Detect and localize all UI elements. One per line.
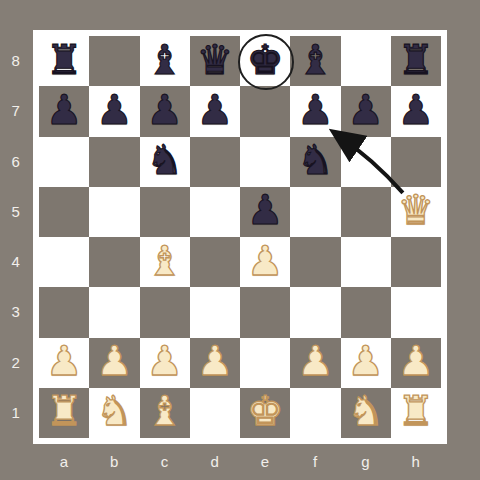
piece-black-pawn[interactable]: ♟ [96,90,133,131]
square-e3[interactable] [240,287,290,337]
piece-black-bishop[interactable]: ♝ [297,40,334,81]
piece-black-pawn[interactable]: ♟ [247,190,284,231]
square-c4[interactable]: ♝ [140,237,190,287]
piece-white-knight[interactable]: ♞ [96,391,133,432]
square-a3[interactable] [39,287,89,337]
square-b8[interactable] [89,36,139,86]
square-g1[interactable]: ♞ [341,388,391,438]
square-f7[interactable]: ♟ [290,86,340,136]
square-c3[interactable] [140,287,190,337]
piece-white-knight[interactable]: ♞ [347,391,384,432]
square-c1[interactable]: ♝ [140,388,190,438]
square-d3[interactable] [190,287,240,337]
square-f1[interactable] [290,388,340,438]
rank-label-5: 5 [4,187,28,237]
square-a6[interactable] [39,137,89,187]
piece-black-pawn[interactable]: ♟ [297,90,334,131]
square-h3[interactable] [391,287,441,337]
piece-white-rook[interactable]: ♜ [397,391,434,432]
piece-white-pawn[interactable]: ♟ [46,341,83,382]
piece-black-knight[interactable]: ♞ [297,140,334,181]
square-f5[interactable] [290,187,340,237]
square-d1[interactable] [190,388,240,438]
square-e5[interactable]: ♟ [240,187,290,237]
square-e2[interactable] [240,338,290,388]
square-b1[interactable]: ♞ [89,388,139,438]
rank-label-8: 8 [4,36,28,86]
file-label-g: g [341,446,391,478]
file-label-e: e [240,446,290,478]
square-a2[interactable]: ♟ [39,338,89,388]
piece-black-rook[interactable]: ♜ [397,40,434,81]
chess-diagram: ♜♝♛♚♝♜♟♟♟♟♟♟♟♞♞♟♛♝♟♟♟♟♟♟♟♟♜♞♝♚♞♜ 8765432… [0,0,480,480]
square-h4[interactable] [391,237,441,287]
square-c2[interactable]: ♟ [140,338,190,388]
rank-label-7: 7 [4,86,28,136]
square-e6[interactable] [240,137,290,187]
rank-label-3: 3 [4,287,28,337]
square-c5[interactable] [140,187,190,237]
square-g3[interactable] [341,287,391,337]
square-g5[interactable] [341,187,391,237]
chess-board: ♜♝♛♚♝♜♟♟♟♟♟♟♟♞♞♟♛♝♟♟♟♟♟♟♟♟♜♞♝♚♞♜ [33,30,447,444]
piece-white-bishop[interactable]: ♝ [146,241,183,282]
square-f2[interactable]: ♟ [290,338,340,388]
rank-label-1: 1 [4,388,28,438]
square-b5[interactable] [89,187,139,237]
piece-white-king[interactable]: ♚ [247,391,284,432]
square-f4[interactable] [290,237,340,287]
piece-black-bishop[interactable]: ♝ [146,40,183,81]
square-a1[interactable]: ♜ [39,388,89,438]
square-b6[interactable] [89,137,139,187]
square-h5[interactable]: ♛ [391,187,441,237]
circle-annotation [238,34,294,90]
piece-white-pawn[interactable]: ♟ [96,341,133,382]
file-label-b: b [89,446,139,478]
square-c6[interactable]: ♞ [140,137,190,187]
square-c7[interactable]: ♟ [140,86,190,136]
square-d6[interactable] [190,137,240,187]
piece-white-queen[interactable]: ♛ [397,190,434,231]
piece-black-pawn[interactable]: ♟ [146,90,183,131]
piece-black-pawn[interactable]: ♟ [46,90,83,131]
square-c8[interactable]: ♝ [140,36,190,86]
square-b4[interactable] [89,237,139,287]
square-a5[interactable] [39,187,89,237]
file-label-f: f [290,446,340,478]
square-f6[interactable]: ♞ [290,137,340,187]
piece-black-pawn[interactable]: ♟ [397,90,434,131]
rank-label-6: 6 [4,137,28,187]
piece-black-knight[interactable]: ♞ [146,140,183,181]
square-h1[interactable]: ♜ [391,388,441,438]
square-g6[interactable] [341,137,391,187]
piece-black-rook[interactable]: ♜ [46,40,83,81]
piece-black-queen[interactable]: ♛ [196,40,233,81]
square-d4[interactable] [190,237,240,287]
square-d2[interactable]: ♟ [190,338,240,388]
piece-white-pawn[interactable]: ♟ [397,341,434,382]
square-e4[interactable]: ♟ [240,237,290,287]
square-a8[interactable]: ♜ [39,36,89,86]
piece-black-pawn[interactable]: ♟ [196,90,233,131]
square-f8[interactable]: ♝ [290,36,340,86]
square-g8[interactable] [341,36,391,86]
square-d7[interactable]: ♟ [190,86,240,136]
square-d5[interactable] [190,187,240,237]
square-a4[interactable] [39,237,89,287]
square-g7[interactable]: ♟ [341,86,391,136]
piece-white-bishop[interactable]: ♝ [146,391,183,432]
square-e7[interactable] [240,86,290,136]
file-label-h: h [391,446,441,478]
file-label-c: c [140,446,190,478]
square-b3[interactable] [89,287,139,337]
piece-white-pawn[interactable]: ♟ [347,341,384,382]
piece-white-pawn[interactable]: ♟ [146,341,183,382]
square-e1[interactable]: ♚ [240,388,290,438]
square-h7[interactable]: ♟ [391,86,441,136]
piece-white-rook[interactable]: ♜ [46,391,83,432]
piece-white-pawn[interactable]: ♟ [297,341,334,382]
square-g4[interactable] [341,237,391,287]
rank-label-2: 2 [4,338,28,388]
square-d8[interactable]: ♛ [190,36,240,86]
square-f3[interactable] [290,287,340,337]
file-label-d: d [190,446,240,478]
square-h6[interactable] [391,137,441,187]
piece-black-pawn[interactable]: ♟ [347,90,384,131]
piece-white-pawn[interactable]: ♟ [247,241,284,282]
square-h8[interactable]: ♜ [391,36,441,86]
board-grid: ♜♝♛♚♝♜♟♟♟♟♟♟♟♞♞♟♛♝♟♟♟♟♟♟♟♟♜♞♝♚♞♜ [39,36,441,438]
file-label-a: a [39,446,89,478]
square-h2[interactable]: ♟ [391,338,441,388]
rank-label-4: 4 [4,237,28,287]
square-g2[interactable]: ♟ [341,338,391,388]
square-b7[interactable]: ♟ [89,86,139,136]
square-a7[interactable]: ♟ [39,86,89,136]
piece-white-pawn[interactable]: ♟ [196,341,233,382]
square-b2[interactable]: ♟ [89,338,139,388]
